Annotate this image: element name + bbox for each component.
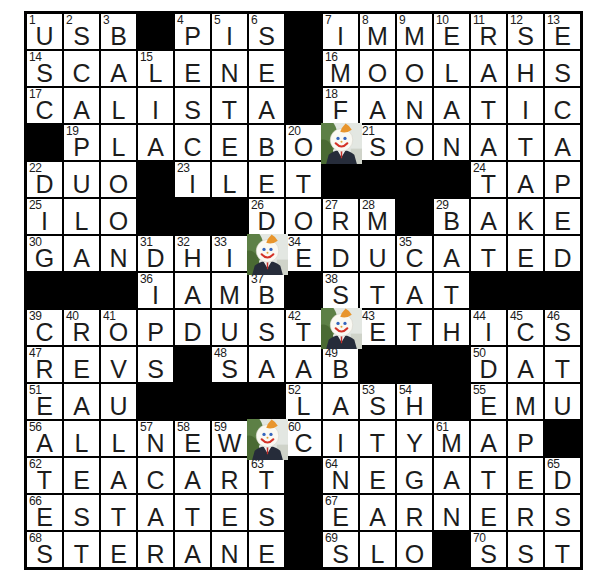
cell-r7c5[interactable]: 32H: [174, 235, 211, 272]
cell-r8c10[interactable]: T: [359, 272, 396, 309]
cell-r1c7[interactable]: 6S: [248, 13, 285, 50]
cell-r11c3[interactable]: U: [100, 383, 137, 420]
cell-r11c15[interactable]: U: [544, 383, 581, 420]
letter: S: [508, 23, 543, 49]
cell-r2c12[interactable]: L: [433, 50, 470, 87]
letter: T: [545, 541, 580, 567]
cell-r9c12[interactable]: H: [433, 309, 470, 346]
letter: A: [101, 60, 136, 86]
black-square-r11c6: [211, 383, 248, 420]
cell-r15c7[interactable]: E: [248, 531, 285, 568]
black-square-r10c11: [396, 346, 433, 383]
letter: R: [138, 541, 173, 567]
letter: A: [471, 430, 506, 456]
letter: T: [64, 541, 99, 567]
cell-r5c8[interactable]: T: [285, 161, 322, 198]
cell-r10c4[interactable]: S: [137, 346, 174, 383]
cell-r2c6[interactable]: N: [211, 50, 248, 87]
cell-r13c4[interactable]: C: [137, 457, 174, 494]
black-square-r15c8: [285, 531, 322, 568]
letter: P: [175, 23, 210, 49]
cell-r9c4[interactable]: P: [137, 309, 174, 346]
cell-r4c6[interactable]: E: [211, 124, 248, 161]
cell-r10c15[interactable]: T: [544, 346, 581, 383]
letter: C: [508, 319, 543, 345]
cell-r12c10[interactable]: T: [359, 420, 396, 457]
letter: R: [64, 319, 99, 345]
cell-r11c8[interactable]: 52L: [285, 383, 322, 420]
letter: E: [360, 319, 395, 345]
letter: S: [249, 504, 284, 530]
letter: S: [175, 97, 210, 123]
black-square-r4c1: [26, 124, 63, 161]
cell-r10c13[interactable]: 50D: [470, 346, 507, 383]
cell-r5c13[interactable]: 24T: [470, 161, 507, 198]
cell-r5c2[interactable]: U: [63, 161, 100, 198]
cell-r11c10[interactable]: 53S: [359, 383, 396, 420]
cell-r2c11[interactable]: O: [396, 50, 433, 87]
letter: T: [471, 97, 506, 123]
letter: A: [64, 245, 99, 271]
jack-in-the-box-mascot-icon: [321, 123, 362, 164]
cell-r14c1[interactable]: 66E: [26, 494, 63, 531]
cell-r7c4[interactable]: 31D: [137, 235, 174, 272]
jack-in-the-box-mascot-icon: [247, 419, 288, 460]
black-square-r6c5: [174, 198, 211, 235]
cell-r11c1[interactable]: 51E: [26, 383, 63, 420]
cell-r15c5[interactable]: A: [174, 531, 211, 568]
cell-r15c2[interactable]: T: [63, 531, 100, 568]
cell-r1c14[interactable]: 12S: [507, 13, 544, 50]
cell-r8c7[interactable]: 37B: [248, 272, 285, 309]
crossword-board: 1U2S3B4P5I6S7I8M9M10E11R12S13E14SCA15LEN…: [24, 11, 583, 570]
letter: O: [286, 208, 321, 234]
letter: D: [175, 319, 210, 345]
cell-r9c5[interactable]: D: [174, 309, 211, 346]
letter: H: [434, 319, 469, 345]
cell-r6c7[interactable]: 26D: [248, 198, 285, 235]
letter: A: [434, 97, 469, 123]
cell-r7c10[interactable]: U: [359, 235, 396, 272]
cell-r13c12[interactable]: A: [433, 457, 470, 494]
black-square-r5c9: [322, 161, 359, 198]
cell-r15c14[interactable]: S: [507, 531, 544, 568]
letter: D: [545, 467, 580, 493]
black-square-r8c15: [544, 272, 581, 309]
cell-r8c11[interactable]: A: [396, 272, 433, 309]
cell-r2c9[interactable]: 16M: [322, 50, 359, 87]
cell-r3c4[interactable]: I: [137, 87, 174, 124]
letter: U: [101, 393, 136, 419]
letter: B: [249, 282, 284, 308]
cell-r11c11[interactable]: 54H: [396, 383, 433, 420]
letter: H: [175, 245, 210, 271]
cell-r13c13[interactable]: T: [470, 457, 507, 494]
cell-r7c11[interactable]: 35C: [396, 235, 433, 272]
letter: K: [508, 208, 543, 234]
cell-r5c15[interactable]: P: [544, 161, 581, 198]
letter: B: [434, 208, 469, 234]
cell-r3c1[interactable]: 17C: [26, 87, 63, 124]
cell-r13c2[interactable]: E: [63, 457, 100, 494]
letter: S: [508, 541, 543, 567]
letter: S: [545, 504, 580, 530]
black-square-r1c8: [285, 13, 322, 50]
cell-r8c9[interactable]: 38S: [322, 272, 359, 309]
cell-r12c5[interactable]: 58E: [174, 420, 211, 457]
cell-r3c15[interactable]: C: [544, 87, 581, 124]
letter: T: [545, 356, 580, 382]
letter: S: [64, 23, 99, 49]
cell-r4c15[interactable]: A: [544, 124, 581, 161]
cell-r7c2[interactable]: A: [63, 235, 100, 272]
cell-r3c6[interactable]: T: [211, 87, 248, 124]
cell-r3c14[interactable]: I: [507, 87, 544, 124]
cell-r10c8[interactable]: A: [285, 346, 322, 383]
cell-r8c6[interactable]: M: [211, 272, 248, 309]
black-square-r10c12: [433, 346, 470, 383]
cell-r13c15[interactable]: 65D: [544, 457, 581, 494]
cell-r12c12[interactable]: 61M: [433, 420, 470, 457]
letter: R: [508, 504, 543, 530]
letter: O: [101, 171, 136, 197]
letter: L: [434, 60, 469, 86]
cell-r1c3[interactable]: 3B: [100, 13, 137, 50]
cell-r4c13[interactable]: A: [470, 124, 507, 161]
cell-r9c6[interactable]: U: [211, 309, 248, 346]
letter: C: [64, 60, 99, 86]
jack-in-the-box-cell-r12c7: [248, 420, 285, 457]
cell-r6c9[interactable]: 27R: [322, 198, 359, 235]
letter: A: [101, 467, 136, 493]
letter: O: [397, 134, 432, 160]
letter: B: [323, 356, 358, 382]
cell-r13c1[interactable]: 62T: [26, 457, 63, 494]
black-square-r8c13: [470, 272, 507, 309]
cell-r15c9[interactable]: 69S: [322, 531, 359, 568]
cell-r13c7[interactable]: 63T: [248, 457, 285, 494]
cell-r4c4[interactable]: A: [137, 124, 174, 161]
cell-r6c2[interactable]: L: [63, 198, 100, 235]
cell-r7c14[interactable]: E: [507, 235, 544, 272]
cell-r12c3[interactable]: L: [100, 420, 137, 457]
letter: A: [360, 97, 395, 123]
cell-r7c8[interactable]: 34E: [285, 235, 322, 272]
cell-r4c14[interactable]: T: [507, 124, 544, 161]
letter: T: [360, 282, 395, 308]
cell-r3c9[interactable]: 18F: [322, 87, 359, 124]
cell-r15c13[interactable]: 70S: [470, 531, 507, 568]
cell-r8c12[interactable]: T: [433, 272, 470, 309]
cell-r10c9[interactable]: 49B: [322, 346, 359, 383]
letter: I: [175, 171, 210, 197]
cell-r12c1[interactable]: 56A: [26, 420, 63, 457]
cell-r10c2[interactable]: E: [63, 346, 100, 383]
cell-r12c11[interactable]: Y: [396, 420, 433, 457]
cell-r6c12[interactable]: 29B: [433, 198, 470, 235]
letter: F: [323, 97, 358, 123]
letter: S: [360, 393, 395, 419]
cell-r5c5[interactable]: 23I: [174, 161, 211, 198]
cell-r6c13[interactable]: A: [470, 198, 507, 235]
black-square-r14c8: [285, 494, 322, 531]
cell-r9c2[interactable]: 40R: [63, 309, 100, 346]
letter: S: [249, 319, 284, 345]
cell-r11c9[interactable]: A: [322, 383, 359, 420]
cell-r1c5[interactable]: 4P: [174, 13, 211, 50]
cell-r6c14[interactable]: K: [507, 198, 544, 235]
cell-r1c2[interactable]: 2S: [63, 13, 100, 50]
cell-r6c1[interactable]: 25I: [26, 198, 63, 235]
cell-r6c3[interactable]: O: [100, 198, 137, 235]
cell-r3c3[interactable]: L: [100, 87, 137, 124]
cell-r15c1[interactable]: 68S: [26, 531, 63, 568]
letter: P: [508, 430, 543, 456]
letter: A: [175, 282, 210, 308]
letter: N: [101, 245, 136, 271]
cell-r13c5[interactable]: A: [174, 457, 211, 494]
letter: A: [138, 504, 173, 530]
cell-r9c10[interactable]: 43E: [359, 309, 396, 346]
cell-r9c8[interactable]: 42T: [285, 309, 322, 346]
cell-r7c1[interactable]: 30G: [26, 235, 63, 272]
black-square-r5c4: [137, 161, 174, 198]
letter: L: [138, 60, 173, 86]
letter: T: [471, 171, 506, 197]
letter: S: [64, 504, 99, 530]
letter: Y: [397, 430, 432, 456]
cell-r1c10[interactable]: 8M: [359, 13, 396, 50]
cell-r11c14[interactable]: M: [507, 383, 544, 420]
cell-r10c3[interactable]: V: [100, 346, 137, 383]
cell-r9c3[interactable]: 41O: [100, 309, 137, 346]
cell-r10c1[interactable]: 47R: [26, 346, 63, 383]
cell-r14c4[interactable]: A: [137, 494, 174, 531]
cell-r2c13[interactable]: A: [470, 50, 507, 87]
letter: C: [175, 134, 210, 160]
letter: I: [138, 282, 173, 308]
cell-r14c6[interactable]: E: [211, 494, 248, 531]
cell-r4c10[interactable]: 21S: [359, 124, 396, 161]
cell-r10c6[interactable]: 48S: [211, 346, 248, 383]
cell-r5c7[interactable]: E: [248, 161, 285, 198]
letter: S: [360, 134, 395, 160]
cell-r2c15[interactable]: S: [544, 50, 581, 87]
letter: E: [64, 467, 99, 493]
cell-r2c14[interactable]: H: [507, 50, 544, 87]
cell-r3c2[interactable]: A: [63, 87, 100, 124]
cell-r15c15[interactable]: T: [544, 531, 581, 568]
cell-r14c15[interactable]: S: [544, 494, 581, 531]
letter: R: [471, 23, 506, 49]
jack-in-the-box-cell-r9c9: [322, 309, 359, 346]
cell-r1c6[interactable]: 5I: [211, 13, 248, 50]
black-square-r13c8: [285, 457, 322, 494]
cell-r4c12[interactable]: N: [433, 124, 470, 161]
cell-r13c6[interactable]: R: [211, 457, 248, 494]
cell-r12c4[interactable]: 57N: [137, 420, 174, 457]
cell-r14c13[interactable]: E: [470, 494, 507, 531]
cell-r15c10[interactable]: L: [359, 531, 396, 568]
cell-r9c1[interactable]: 39C: [26, 309, 63, 346]
cell-r15c3[interactable]: E: [100, 531, 137, 568]
cell-r12c13[interactable]: A: [470, 420, 507, 457]
letter: M: [212, 282, 247, 308]
cell-r6c8[interactable]: O: [285, 198, 322, 235]
cell-r14c5[interactable]: T: [174, 494, 211, 531]
cell-r1c15[interactable]: 13E: [544, 13, 581, 50]
letter: E: [286, 245, 321, 271]
cell-r5c6[interactable]: L: [211, 161, 248, 198]
black-square-r10c10: [359, 346, 396, 383]
cell-r12c2[interactable]: L: [63, 420, 100, 457]
cell-r14c7[interactable]: S: [248, 494, 285, 531]
letter: V: [101, 356, 136, 382]
letter: A: [249, 356, 284, 382]
cell-r14c2[interactable]: S: [63, 494, 100, 531]
cell-r3c11[interactable]: N: [396, 87, 433, 124]
cell-r8c4[interactable]: 36I: [137, 272, 174, 309]
letter: I: [471, 319, 506, 345]
cell-r5c3[interactable]: O: [100, 161, 137, 198]
cell-r13c14[interactable]: E: [507, 457, 544, 494]
cell-r13c9[interactable]: 64N: [322, 457, 359, 494]
cell-r3c12[interactable]: A: [433, 87, 470, 124]
letter: E: [64, 356, 99, 382]
cell-r4c7[interactable]: B: [248, 124, 285, 161]
cell-r10c7[interactable]: A: [248, 346, 285, 383]
cell-r4c2[interactable]: 19P: [63, 124, 100, 161]
cell-r2c7[interactable]: E: [248, 50, 285, 87]
cell-r6c15[interactable]: E: [544, 198, 581, 235]
letter: T: [212, 97, 247, 123]
cell-r11c2[interactable]: A: [63, 383, 100, 420]
letter: D: [138, 245, 173, 271]
cell-r2c1[interactable]: 14S: [26, 50, 63, 87]
letter: R: [323, 208, 358, 234]
cell-r14c3[interactable]: T: [100, 494, 137, 531]
jack-in-the-box-cell-r4c9: [322, 124, 359, 161]
letter: N: [434, 504, 469, 530]
cell-r9c14[interactable]: 45C: [507, 309, 544, 346]
cell-r2c2[interactable]: C: [63, 50, 100, 87]
cell-r14c10[interactable]: A: [359, 494, 396, 531]
cell-r3c7[interactable]: A: [248, 87, 285, 124]
cell-r13c10[interactable]: E: [359, 457, 396, 494]
cell-r8c5[interactable]: A: [174, 272, 211, 309]
letter: S: [27, 60, 62, 86]
black-square-r8c3: [100, 272, 137, 309]
black-square-r5c12: [433, 161, 470, 198]
letter: T: [508, 134, 543, 160]
cell-r12c8[interactable]: 60C: [285, 420, 322, 457]
cell-r2c3[interactable]: A: [100, 50, 137, 87]
letter: C: [286, 430, 321, 456]
cell-r13c3[interactable]: A: [100, 457, 137, 494]
cell-r9c7[interactable]: S: [248, 309, 285, 346]
cell-r9c13[interactable]: 44I: [470, 309, 507, 346]
cell-r5c14[interactable]: A: [507, 161, 544, 198]
letter: S: [212, 356, 247, 382]
cell-r2c10[interactable]: O: [359, 50, 396, 87]
letter: S: [545, 60, 580, 86]
cell-r4c11[interactable]: O: [396, 124, 433, 161]
cell-r3c5[interactable]: S: [174, 87, 211, 124]
letter: A: [508, 356, 543, 382]
letter: A: [175, 467, 210, 493]
cell-r7c6[interactable]: 33I: [211, 235, 248, 272]
letter: A: [397, 282, 432, 308]
letter: A: [545, 134, 580, 160]
cell-r4c5[interactable]: C: [174, 124, 211, 161]
cell-r3c13[interactable]: T: [470, 87, 507, 124]
black-square-r6c6: [211, 198, 248, 235]
cell-r1c12[interactable]: 10E: [433, 13, 470, 50]
letter: E: [175, 430, 210, 456]
letter: D: [323, 245, 358, 271]
cell-r4c3[interactable]: L: [100, 124, 137, 161]
cell-r15c4[interactable]: R: [137, 531, 174, 568]
letter: M: [397, 23, 432, 49]
black-square-r12c15: [544, 420, 581, 457]
cell-r2c4[interactable]: 15L: [137, 50, 174, 87]
cell-r9c11[interactable]: T: [396, 309, 433, 346]
letter: R: [212, 467, 247, 493]
cell-r9c15[interactable]: 46S: [544, 309, 581, 346]
cell-r7c12[interactable]: A: [433, 235, 470, 272]
cell-r1c9[interactable]: 7I: [322, 13, 359, 50]
cell-r13c11[interactable]: G: [396, 457, 433, 494]
cell-r15c6[interactable]: N: [211, 531, 248, 568]
cell-r1c11[interactable]: 9M: [396, 13, 433, 50]
letter: M: [508, 393, 543, 419]
letter: E: [249, 171, 284, 197]
cell-r7c9[interactable]: D: [322, 235, 359, 272]
letter: L: [101, 134, 136, 160]
letter: L: [101, 430, 136, 456]
cell-r15c11[interactable]: O: [396, 531, 433, 568]
cell-r7c15[interactable]: D: [544, 235, 581, 272]
black-square-r8c2: [63, 272, 100, 309]
letter: N: [212, 541, 247, 567]
cell-r2c5[interactable]: E: [174, 50, 211, 87]
cell-r14c9[interactable]: 67E: [322, 494, 359, 531]
cell-r7c3[interactable]: N: [100, 235, 137, 272]
letter: A: [175, 541, 210, 567]
cell-r11c13[interactable]: 55E: [470, 383, 507, 420]
cell-r14c14[interactable]: R: [507, 494, 544, 531]
letter: E: [27, 393, 62, 419]
cell-r4c8[interactable]: 20O: [285, 124, 322, 161]
cell-r5c1[interactable]: 22D: [26, 161, 63, 198]
cell-r3c10[interactable]: A: [359, 87, 396, 124]
letter: T: [286, 319, 321, 345]
cell-r14c11[interactable]: R: [396, 494, 433, 531]
cell-r10c14[interactable]: A: [507, 346, 544, 383]
cell-r6c10[interactable]: 28M: [359, 198, 396, 235]
cell-r12c9[interactable]: I: [322, 420, 359, 457]
cell-r14c12[interactable]: N: [433, 494, 470, 531]
letter: T: [360, 430, 395, 456]
letter: I: [323, 430, 358, 456]
cell-r12c14[interactable]: P: [507, 420, 544, 457]
letter: I: [323, 23, 358, 49]
cell-r1c13[interactable]: 11R: [470, 13, 507, 50]
cell-r1c1[interactable]: 1U: [26, 13, 63, 50]
cell-r12c6[interactable]: 59W: [211, 420, 248, 457]
cell-r7c13[interactable]: T: [470, 235, 507, 272]
letter: E: [212, 134, 247, 160]
